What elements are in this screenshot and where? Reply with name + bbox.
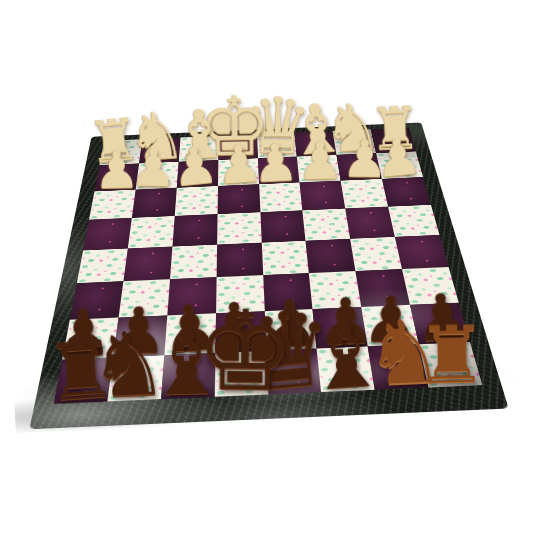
piece-black-bishop-f8: ♝	[146, 326, 229, 398]
piece-white-bishop-c1: ♝	[284, 100, 349, 158]
square-e4	[217, 212, 262, 244]
piece-white-queen-d1: ♛	[243, 96, 313, 157]
piece-white-knight-b1: ♞	[321, 101, 383, 156]
square-c2: ♟	[297, 155, 341, 183]
square-d5	[261, 240, 309, 275]
piece-white-bishop-f1: ♝	[169, 107, 231, 162]
square-a1: ♜	[371, 128, 416, 153]
piece-black-rook-h8: ♜	[44, 338, 119, 404]
chess-board: ♜♞♝♚♛♝♞♜♟♟♟♟♟♟♟♟♟♟♟♟♟♟♟♟♜♞♝♚♛♝♞♜	[29, 122, 508, 429]
square-g3	[132, 188, 177, 218]
square-h5	[77, 248, 128, 283]
square-d4	[260, 210, 306, 242]
square-a2: ♟	[376, 151, 423, 178]
square-g5	[123, 246, 172, 281]
piece-white-pawn-c2: ♟	[297, 141, 344, 182]
piece-white-pawn-b2: ♟	[341, 139, 387, 180]
square-d1: ♛	[257, 133, 298, 159]
square-f8: ♝	[161, 353, 215, 399]
square-b3	[341, 179, 388, 209]
piece-white-pawn-g2: ♟	[130, 148, 176, 189]
piece-white-pawn-f2: ♟	[170, 144, 220, 188]
square-a3	[382, 177, 431, 207]
square-c4	[303, 208, 351, 240]
square-h3	[89, 189, 135, 219]
photo-canvas: ♜♞♝♚♛♝♞♜♟♟♟♟♟♟♟♟♟♟♟♟♟♟♟♟♜♞♝♚♛♝♞♜	[0, 0, 533, 533]
square-b2: ♟	[337, 153, 382, 180]
piece-white-rook-a1: ♜	[368, 105, 422, 153]
piece-white-pawn-d2: ♟	[252, 142, 300, 184]
square-a5	[395, 235, 449, 270]
square-e2: ♟	[218, 158, 259, 186]
square-a8: ♜	[419, 342, 482, 387]
square-e5	[216, 242, 262, 277]
chess-board-scene: ♜♞♝♚♛♝♞♜♟♟♟♟♟♟♟♟♟♟♟♟♟♟♟♟♜♞♝♚♛♝♞♜	[57, 22, 467, 474]
piece-white-pawn-h2: ♟	[94, 149, 141, 190]
square-f2: ♟	[177, 160, 218, 188]
square-h2: ♟	[94, 163, 139, 191]
square-a4	[388, 205, 439, 237]
square-g4	[128, 216, 175, 248]
square-b4	[345, 206, 394, 238]
square-d2: ♟	[258, 157, 300, 185]
square-g2: ♟	[136, 162, 179, 190]
square-c8: ♝	[317, 346, 375, 392]
square-h4	[83, 218, 132, 250]
square-h1: ♜	[99, 139, 142, 165]
piece-white-pawn-e2: ♟	[215, 143, 264, 186]
piece-white-king-e1: ♚	[198, 95, 272, 159]
square-f1: ♝	[179, 136, 219, 162]
board-grid: ♜♞♝♚♛♝♞♜♟♟♟♟♟♟♟♟♟♟♟♟♟♟♟♟♜♞♝♚♛♝♞♜	[54, 128, 483, 404]
square-b1: ♞	[333, 129, 376, 155]
square-c1: ♝	[295, 131, 337, 157]
square-e3	[217, 184, 260, 214]
square-d3	[259, 182, 303, 212]
square-f4	[172, 214, 217, 246]
piece-white-pawn-a2: ♟	[373, 135, 423, 179]
square-f5	[170, 244, 217, 279]
piece-black-bishop-c8: ♝	[303, 317, 389, 393]
piece-white-knight-g1: ♞	[126, 109, 188, 164]
square-e1: ♚	[218, 134, 258, 160]
piece-black-rook-a8: ♜	[416, 324, 488, 387]
square-g1: ♞	[139, 138, 180, 164]
square-c3	[300, 181, 346, 211]
square-h8: ♜	[54, 358, 113, 404]
square-f3	[174, 186, 217, 216]
piece-white-rook-h1: ♜	[86, 116, 142, 166]
square-b5	[350, 237, 402, 272]
square-c5	[306, 239, 356, 274]
